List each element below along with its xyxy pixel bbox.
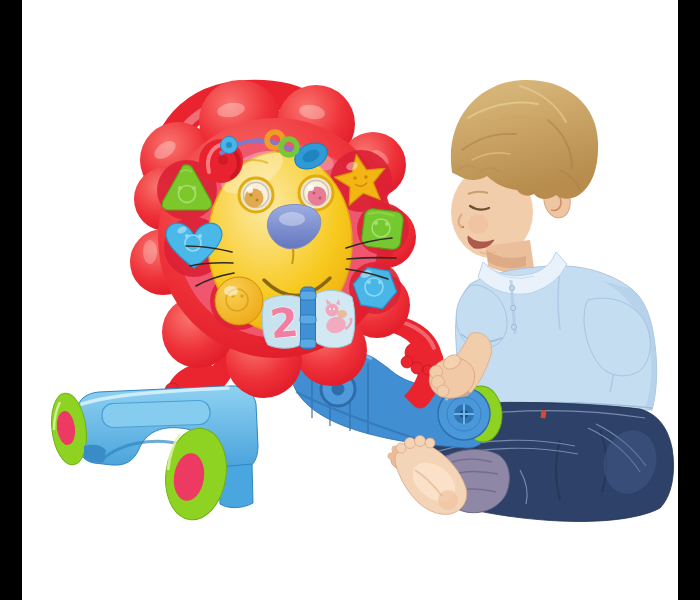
product-photo: 2 [0,0,700,600]
flip-book: 2 [262,287,355,349]
walker-left-base [48,386,258,524]
book-number: 2 [268,299,300,348]
toddler-nostril [462,226,464,228]
button-ball-lion-cub [215,277,263,325]
book-hinge-knobs [300,291,316,348]
button-cube-puppy [361,208,404,250]
lion-eye-left [239,178,273,212]
photo-scene: 2 [0,0,700,600]
letterbox-bar-left [0,0,22,600]
toddler-head [451,80,598,273]
letterbox-bar-right [678,0,700,600]
walker-left-beam-panel [102,400,211,428]
toddler-cheek [468,214,488,234]
